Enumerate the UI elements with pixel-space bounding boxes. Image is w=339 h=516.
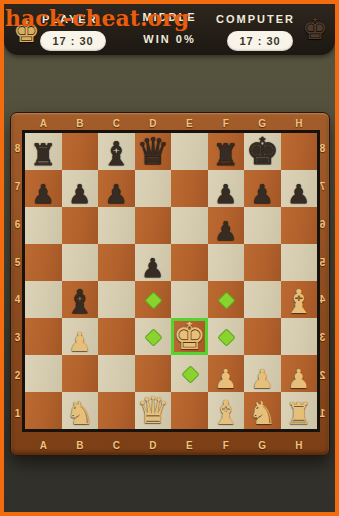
piece-white-pawn-b3[interactable]: ♟ [68, 329, 91, 355]
piece-black-rook-f8[interactable]: ♜ [212, 140, 239, 170]
file-label-a: A [25, 115, 62, 131]
square-a2[interactable] [25, 355, 62, 392]
computer-king-icon: ♚ [302, 15, 328, 44]
square-e2[interactable] [171, 355, 208, 392]
square-c3[interactable] [98, 318, 135, 355]
computer-label: COMPUTER [216, 13, 295, 25]
square-g1[interactable]: ♞ [244, 392, 281, 429]
file-label-c: C [98, 115, 135, 131]
file-label-f: F [208, 437, 245, 453]
piece-white-queen-d1[interactable]: ♛ [136, 392, 169, 429]
square-f3[interactable] [208, 318, 245, 355]
square-e3[interactable]: ♚ [171, 318, 208, 355]
square-h1[interactable]: ♜ [281, 392, 318, 429]
file-label-e: E [171, 115, 208, 131]
square-e1[interactable] [171, 392, 208, 429]
square-h3[interactable] [281, 318, 318, 355]
square-a5[interactable] [25, 244, 62, 281]
piece-white-pawn-f2[interactable]: ♟ [214, 366, 237, 392]
piece-white-rook-h1[interactable]: ♜ [285, 399, 312, 429]
square-c1[interactable] [98, 392, 135, 429]
move-hint-e2[interactable] [181, 365, 199, 383]
square-a4[interactable] [25, 281, 62, 318]
file-label-a: A [25, 437, 62, 453]
square-e4[interactable] [171, 281, 208, 318]
square-f7[interactable]: ♟ [208, 170, 245, 207]
square-g4[interactable] [244, 281, 281, 318]
piece-white-pawn-g2[interactable]: ♟ [251, 366, 274, 392]
square-h5[interactable] [281, 244, 318, 281]
square-h2[interactable]: ♟ [281, 355, 318, 392]
move-hint-f4[interactable] [218, 291, 236, 309]
square-d6[interactable] [135, 207, 172, 244]
player-clock: 17 : 30 [40, 31, 106, 51]
file-label-e: E [171, 437, 208, 453]
piece-black-pawn-f7[interactable]: ♟ [214, 181, 237, 207]
chess-board: ABCDEFGH 87654321 87654321 ♜♝♛♜♚♟♟♟♟♟♟♟♟… [10, 112, 330, 456]
square-g6[interactable] [244, 207, 281, 244]
piece-black-pawn-d5[interactable]: ♟ [141, 255, 164, 281]
file-label-b: B [62, 437, 99, 453]
square-a1[interactable] [25, 392, 62, 429]
square-e5[interactable] [171, 244, 208, 281]
square-h7[interactable]: ♟ [281, 170, 318, 207]
square-d4[interactable] [135, 281, 172, 318]
square-b5[interactable] [62, 244, 99, 281]
square-c4[interactable] [98, 281, 135, 318]
square-c2[interactable] [98, 355, 135, 392]
square-h4[interactable]: ♝ [281, 281, 318, 318]
square-g7[interactable]: ♟ [244, 170, 281, 207]
file-labels-bottom: ABCDEFGH [25, 437, 317, 453]
square-g8[interactable]: ♚ [244, 133, 281, 170]
board-grid: ♜♝♛♜♚♟♟♟♟♟♟♟♟♝♝♟♚♟♟♟♞♛♝♞♜ [22, 130, 320, 432]
square-d7[interactable] [135, 170, 172, 207]
piece-black-pawn-b7[interactable]: ♟ [68, 181, 91, 207]
piece-black-rook-a8[interactable]: ♜ [30, 140, 57, 170]
square-a3[interactable] [25, 318, 62, 355]
square-c8[interactable]: ♝ [98, 133, 135, 170]
piece-black-bishop-b4[interactable]: ♝ [65, 285, 95, 318]
piece-white-knight-b1[interactable]: ♞ [65, 397, 94, 429]
square-b3[interactable]: ♟ [62, 318, 99, 355]
piece-white-knight-g1[interactable]: ♞ [248, 397, 277, 429]
square-f5[interactable] [208, 244, 245, 281]
piece-black-pawn-g7[interactable]: ♟ [251, 181, 274, 207]
square-e8[interactable] [171, 133, 208, 170]
square-f4[interactable] [208, 281, 245, 318]
square-g2[interactable]: ♟ [244, 355, 281, 392]
file-label-g: G [244, 115, 281, 131]
watermark-text: hack-cheat.org [5, 5, 189, 31]
win-percentage: WIN 0% [143, 33, 195, 45]
square-d2[interactable] [135, 355, 172, 392]
move-hint-d3[interactable] [145, 328, 163, 346]
square-g5[interactable] [244, 244, 281, 281]
move-hint-d4[interactable] [145, 291, 163, 309]
square-f1[interactable]: ♝ [208, 392, 245, 429]
piece-black-queen-d8[interactable]: ♛ [136, 133, 169, 170]
square-d3[interactable] [135, 318, 172, 355]
piece-white-king-e3[interactable]: ♚ [173, 318, 206, 355]
file-label-g: G [244, 437, 281, 453]
square-d5[interactable]: ♟ [135, 244, 172, 281]
square-b8[interactable] [62, 133, 99, 170]
file-label-d: D [135, 437, 172, 453]
square-h6[interactable] [281, 207, 318, 244]
piece-black-king-g8[interactable]: ♚ [246, 133, 279, 170]
square-a6[interactable] [25, 207, 62, 244]
square-e7[interactable] [171, 170, 208, 207]
square-a8[interactable]: ♜ [25, 133, 62, 170]
square-c6[interactable] [98, 207, 135, 244]
file-label-d: D [135, 115, 172, 131]
piece-black-pawn-a7[interactable]: ♟ [32, 181, 55, 207]
piece-white-pawn-h2[interactable]: ♟ [287, 366, 310, 392]
square-b6[interactable] [62, 207, 99, 244]
square-c5[interactable] [98, 244, 135, 281]
piece-white-bishop-h4[interactable]: ♝ [284, 285, 314, 318]
square-g3[interactable] [244, 318, 281, 355]
file-label-h: H [281, 115, 318, 131]
square-d1[interactable]: ♛ [135, 392, 172, 429]
piece-black-pawn-h7[interactable]: ♟ [287, 181, 310, 207]
square-c7[interactable]: ♟ [98, 170, 135, 207]
file-label-f: F [208, 115, 245, 131]
square-b4[interactable]: ♝ [62, 281, 99, 318]
computer-clock: 17 : 30 [227, 31, 293, 51]
piece-white-bishop-f1[interactable]: ♝ [211, 396, 241, 429]
square-f2[interactable]: ♟ [208, 355, 245, 392]
square-d8[interactable]: ♛ [135, 133, 172, 170]
square-f8[interactable]: ♜ [208, 133, 245, 170]
piece-black-bishop-c8[interactable]: ♝ [101, 137, 131, 170]
square-b2[interactable] [62, 355, 99, 392]
file-label-c: C [98, 437, 135, 453]
square-a7[interactable]: ♟ [25, 170, 62, 207]
square-b7[interactable]: ♟ [62, 170, 99, 207]
square-b1[interactable]: ♞ [62, 392, 99, 429]
square-h8[interactable] [281, 133, 318, 170]
piece-black-pawn-f6[interactable]: ♟ [214, 218, 237, 244]
square-f6[interactable]: ♟ [208, 207, 245, 244]
file-label-h: H [281, 437, 318, 453]
chess-app-screen: ♚ PLAYER 17 : 30 MIDDLE WIN 0% COMPUTER … [0, 0, 339, 516]
piece-black-pawn-c7[interactable]: ♟ [105, 181, 128, 207]
square-e6[interactable] [171, 207, 208, 244]
file-label-b: B [62, 115, 99, 131]
move-hint-f3[interactable] [218, 328, 236, 346]
file-labels-top: ABCDEFGH [25, 115, 317, 131]
